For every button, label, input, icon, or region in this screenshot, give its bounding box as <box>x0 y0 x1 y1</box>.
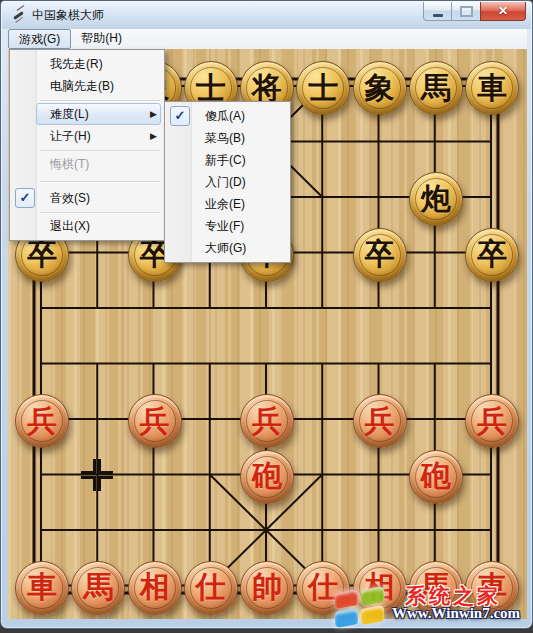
piece-character: 砲 <box>421 456 451 497</box>
menu-item-label: 难度(L) <box>50 107 89 121</box>
menu-separator <box>10 175 164 187</box>
piece-character: 士 <box>308 68 338 109</box>
windows-logo-icon <box>335 588 387 628</box>
menu-item-label: 傻瓜(A) <box>205 109 245 123</box>
red-piece-砲[interactable]: 砲 <box>409 450 463 504</box>
black-piece-車[interactable]: 車 <box>465 61 519 115</box>
piece-character: 車 <box>27 567 57 608</box>
game-menu-item-6: 悔棋(T) <box>10 153 164 175</box>
window-title: 中国象棋大师 <box>32 2 104 29</box>
black-piece-士[interactable]: 士 <box>296 61 350 115</box>
piece-character: 卒 <box>477 234 507 275</box>
menu-item-label: 入门(D) <box>205 175 246 189</box>
close-button[interactable]: ✕ <box>480 2 526 21</box>
difficulty-menu-item-1[interactable]: 菜鸟(B) <box>165 127 290 149</box>
menu-item-label: 音效(S) <box>50 191 90 205</box>
black-piece-卒[interactable]: 卒 <box>353 228 407 282</box>
maximize-button[interactable] <box>452 2 480 21</box>
piece-character: 兵 <box>27 401 57 442</box>
piece-character: 仕 <box>308 567 338 608</box>
red-piece-馬[interactable]: 馬 <box>71 561 125 615</box>
difficulty-menu-item-5[interactable]: 专业(F) <box>165 215 290 237</box>
red-piece-兵[interactable]: 兵 <box>15 394 69 448</box>
game-menu: 我先走(R)电脑先走(B)难度(L)▶让子(H)▶悔棋(T)✓音效(S)退出(X… <box>9 49 165 241</box>
menu-item-label: 让子(H) <box>50 129 91 143</box>
piece-character: 兵 <box>477 401 507 442</box>
submenu-arrow-icon: ▶ <box>150 125 157 147</box>
menu-bar: 游戏(G) 帮助(H) <box>8 29 527 50</box>
piece-character: 卒 <box>365 234 395 275</box>
piece-character: 仕 <box>196 567 226 608</box>
last-move-marker <box>79 457 115 493</box>
menu-item-label: 退出(X) <box>50 219 90 233</box>
check-icon: ✓ <box>15 188 35 208</box>
piece-character: 象 <box>365 68 395 109</box>
black-piece-卒[interactable]: 卒 <box>465 228 519 282</box>
check-icon: ✓ <box>170 106 190 126</box>
piece-character: 馬 <box>83 567 113 608</box>
piece-character: 砲 <box>252 456 282 497</box>
piece-character: 兵 <box>365 401 395 442</box>
game-menu-item-0[interactable]: 我先走(R) <box>10 53 164 75</box>
game-menu-item-3[interactable]: 难度(L)▶ <box>10 103 164 125</box>
piece-character: 帥 <box>252 567 282 608</box>
difficulty-menu-item-2[interactable]: 新手(C) <box>165 149 290 171</box>
piece-character: 相 <box>140 567 170 608</box>
game-menu-item-8[interactable]: ✓音效(S) <box>10 187 164 209</box>
menu-item-label: 大师(G) <box>205 241 246 255</box>
submenu-arrow-icon: ▶ <box>150 103 157 125</box>
red-piece-仕[interactable]: 仕 <box>184 561 238 615</box>
difficulty-menu-item-4[interactable]: 业余(E) <box>165 193 290 215</box>
red-piece-兵[interactable]: 兵 <box>465 394 519 448</box>
close-icon: ✕ <box>498 3 508 20</box>
difficulty-menu-item-0[interactable]: ✓傻瓜(A) <box>165 105 290 127</box>
menu-item-label: 菜鸟(B) <box>205 131 245 145</box>
difficulty-menu-item-3[interactable]: 入门(D) <box>165 171 290 193</box>
black-piece-馬[interactable]: 馬 <box>409 61 463 115</box>
piece-character: 車 <box>477 68 507 109</box>
desktop: { "window": { "title": "中国象棋大师", "contro… <box>0 0 533 633</box>
difficulty-menu-item-6[interactable]: 大师(G) <box>165 237 290 259</box>
watermark-url: Www.Winwin7.com <box>392 605 520 622</box>
piece-character: 馬 <box>421 68 451 109</box>
red-piece-車[interactable]: 車 <box>15 561 69 615</box>
menu-item-label: 电脑先走(B) <box>50 79 114 93</box>
menubar-item-help[interactable]: 帮助(H) <box>71 29 132 49</box>
game-menu-item-1[interactable]: 电脑先走(B) <box>10 75 164 97</box>
minimize-icon <box>433 14 443 17</box>
minimize-button[interactable] <box>423 2 452 21</box>
piece-character: 炮 <box>421 179 451 220</box>
menu-item-label: 专业(F) <box>205 219 244 233</box>
game-menu-item-10[interactable]: 退出(X) <box>10 215 164 237</box>
menu-item-label: 我先走(R) <box>50 57 103 71</box>
red-piece-兵[interactable]: 兵 <box>353 394 407 448</box>
menubar-item-game[interactable]: 游戏(G) <box>8 29 71 49</box>
red-piece-兵[interactable]: 兵 <box>240 394 294 448</box>
title-bar[interactable]: 中国象棋大师 ✕ <box>2 2 531 29</box>
piece-character: 兵 <box>252 401 282 442</box>
red-piece-兵[interactable]: 兵 <box>128 394 182 448</box>
black-piece-炮[interactable]: 炮 <box>409 172 463 226</box>
piece-character: 兵 <box>140 401 170 442</box>
red-piece-相[interactable]: 相 <box>128 561 182 615</box>
red-piece-砲[interactable]: 砲 <box>240 450 294 504</box>
menu-item-label: 悔棋(T) <box>50 157 89 171</box>
red-piece-帥[interactable]: 帥 <box>240 561 294 615</box>
menu-item-label: 新手(C) <box>205 153 246 167</box>
black-piece-象[interactable]: 象 <box>353 61 407 115</box>
game-menu-item-4[interactable]: 让子(H)▶ <box>10 125 164 147</box>
maximize-icon <box>460 6 473 17</box>
app-icon <box>11 8 26 23</box>
app-window: 中国象棋大师 ✕ 游戏(G) 帮助(H) <box>0 0 533 629</box>
menu-item-label: 业余(E) <box>205 197 245 211</box>
difficulty-submenu: ✓傻瓜(A)菜鸟(B)新手(C)入门(D)业余(E)专业(F)大师(G) <box>164 101 291 263</box>
